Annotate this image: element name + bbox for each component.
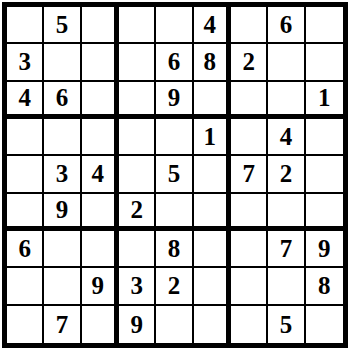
cell-r5c2: 3	[44, 156, 81, 193]
cell-r1c4[interactable]	[119, 7, 156, 44]
cell-r7c8: 7	[268, 231, 305, 268]
cell-r4c3[interactable]	[82, 119, 119, 156]
cell-r1c7[interactable]	[231, 7, 268, 44]
cell-r3c4[interactable]	[119, 82, 156, 119]
cell-r9c3[interactable]	[82, 306, 119, 343]
cell-r9c4: 9	[119, 306, 156, 343]
cell-r2c1: 3	[7, 44, 44, 81]
cell-r9c9[interactable]	[306, 306, 343, 343]
cell-r4c1[interactable]	[7, 119, 44, 156]
cell-r9c8: 5	[268, 306, 305, 343]
cell-r7c5: 8	[156, 231, 193, 268]
cell-r9c7[interactable]	[231, 306, 268, 343]
cell-r2c6: 8	[194, 44, 231, 81]
cell-r7c3[interactable]	[82, 231, 119, 268]
cell-r5c1[interactable]	[7, 156, 44, 193]
cell-r8c5: 2	[156, 268, 193, 305]
cell-r2c9[interactable]	[306, 44, 343, 81]
cell-r1c8: 6	[268, 7, 305, 44]
cell-r6c6[interactable]	[194, 194, 231, 231]
cell-r3c5: 9	[156, 82, 193, 119]
cell-r2c2[interactable]	[44, 44, 81, 81]
cell-r2c5: 6	[156, 44, 193, 81]
cell-r7c2[interactable]	[44, 231, 81, 268]
cell-r5c3: 4	[82, 156, 119, 193]
cell-r8c4: 3	[119, 268, 156, 305]
cell-r7c1: 6	[7, 231, 44, 268]
cell-r9c1[interactable]	[7, 306, 44, 343]
cell-r5c6[interactable]	[194, 156, 231, 193]
cell-r5c9[interactable]	[306, 156, 343, 193]
cell-r8c7[interactable]	[231, 268, 268, 305]
cell-r3c6[interactable]	[194, 82, 231, 119]
cell-r3c9: 1	[306, 82, 343, 119]
cell-r1c2: 5	[44, 7, 81, 44]
cell-r1c6: 4	[194, 7, 231, 44]
cell-r6c2: 9	[44, 194, 81, 231]
cell-r2c8[interactable]	[268, 44, 305, 81]
cell-r3c2: 6	[44, 82, 81, 119]
cell-r7c9: 9	[306, 231, 343, 268]
cell-r8c6[interactable]	[194, 268, 231, 305]
cell-r5c4[interactable]	[119, 156, 156, 193]
cell-r3c3[interactable]	[82, 82, 119, 119]
cell-r2c4[interactable]	[119, 44, 156, 81]
cell-r6c4: 2	[119, 194, 156, 231]
cell-r1c5[interactable]	[156, 7, 193, 44]
cell-r6c1[interactable]	[7, 194, 44, 231]
cell-r9c2: 7	[44, 306, 81, 343]
cell-r2c3[interactable]	[82, 44, 119, 81]
cell-r4c2[interactable]	[44, 119, 81, 156]
cell-r3c7[interactable]	[231, 82, 268, 119]
cell-r6c9[interactable]	[306, 194, 343, 231]
cell-r7c6[interactable]	[194, 231, 231, 268]
cell-r8c9: 8	[306, 268, 343, 305]
cell-r9c6[interactable]	[194, 306, 231, 343]
cell-r7c7[interactable]	[231, 231, 268, 268]
sudoku-board: 5463682469114345729268799328795	[2, 2, 348, 348]
cell-r1c1[interactable]	[7, 7, 44, 44]
cell-r4c5[interactable]	[156, 119, 193, 156]
cell-r7c4[interactable]	[119, 231, 156, 268]
cell-r6c8[interactable]	[268, 194, 305, 231]
cell-r8c2[interactable]	[44, 268, 81, 305]
cell-r8c8[interactable]	[268, 268, 305, 305]
cell-r3c8[interactable]	[268, 82, 305, 119]
cell-r4c7[interactable]	[231, 119, 268, 156]
cell-r8c1[interactable]	[7, 268, 44, 305]
cell-r6c5[interactable]	[156, 194, 193, 231]
cell-r2c7: 2	[231, 44, 268, 81]
cell-r5c7: 7	[231, 156, 268, 193]
cell-r6c7[interactable]	[231, 194, 268, 231]
cell-r6c3[interactable]	[82, 194, 119, 231]
cell-r3c1: 4	[7, 82, 44, 119]
cell-r4c8: 4	[268, 119, 305, 156]
cell-r1c9[interactable]	[306, 7, 343, 44]
cell-r9c5[interactable]	[156, 306, 193, 343]
cell-r4c4[interactable]	[119, 119, 156, 156]
cell-r5c5: 5	[156, 156, 193, 193]
cell-r1c3[interactable]	[82, 7, 119, 44]
cell-r5c8: 2	[268, 156, 305, 193]
cell-r8c3: 9	[82, 268, 119, 305]
cell-r4c9[interactable]	[306, 119, 343, 156]
cell-r4c6: 1	[194, 119, 231, 156]
